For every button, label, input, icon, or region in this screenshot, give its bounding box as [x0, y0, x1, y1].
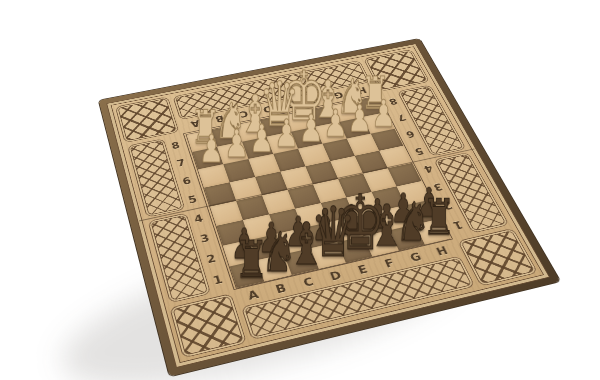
piece-light-pawn-g7[interactable]: ♟ — [347, 100, 372, 137]
product-photo-stage: ABCDEFGH ABCDEFGH 87654321 87654321 ♜♞♝♛… — [0, 0, 600, 380]
celtic-knot-corner-panel-nw — [115, 97, 179, 143]
celtic-knot-corner-panel-sw — [169, 293, 247, 358]
piece-light-pawn-d7[interactable]: ♟ — [274, 114, 299, 152]
piece-light-pawn-e7[interactable]: ♟ — [298, 109, 323, 147]
square-e5[interactable] — [305, 161, 338, 184]
piece-light-pawn-c7[interactable]: ♟ — [249, 119, 274, 157]
piece-light-pawn-b7[interactable]: ♟ — [224, 124, 249, 162]
piece-light-pawn-f7[interactable]: ♟ — [323, 105, 348, 143]
chess-board: ABCDEFGH ABCDEFGH 87654321 87654321 ♜♞♝♛… — [99, 39, 561, 377]
piece-light-pawn-a7[interactable]: ♟ — [198, 130, 223, 168]
piece-dark-rook-a1[interactable]: ♜ — [234, 234, 268, 286]
board-face: ABCDEFGH ABCDEFGH 87654321 87654321 ♜♞♝♛… — [106, 44, 550, 368]
square-a1[interactable]: ♜ — [230, 260, 265, 288]
scene: ABCDEFGH ABCDEFGH 87654321 87654321 ♜♞♝♛… — [0, 0, 600, 380]
